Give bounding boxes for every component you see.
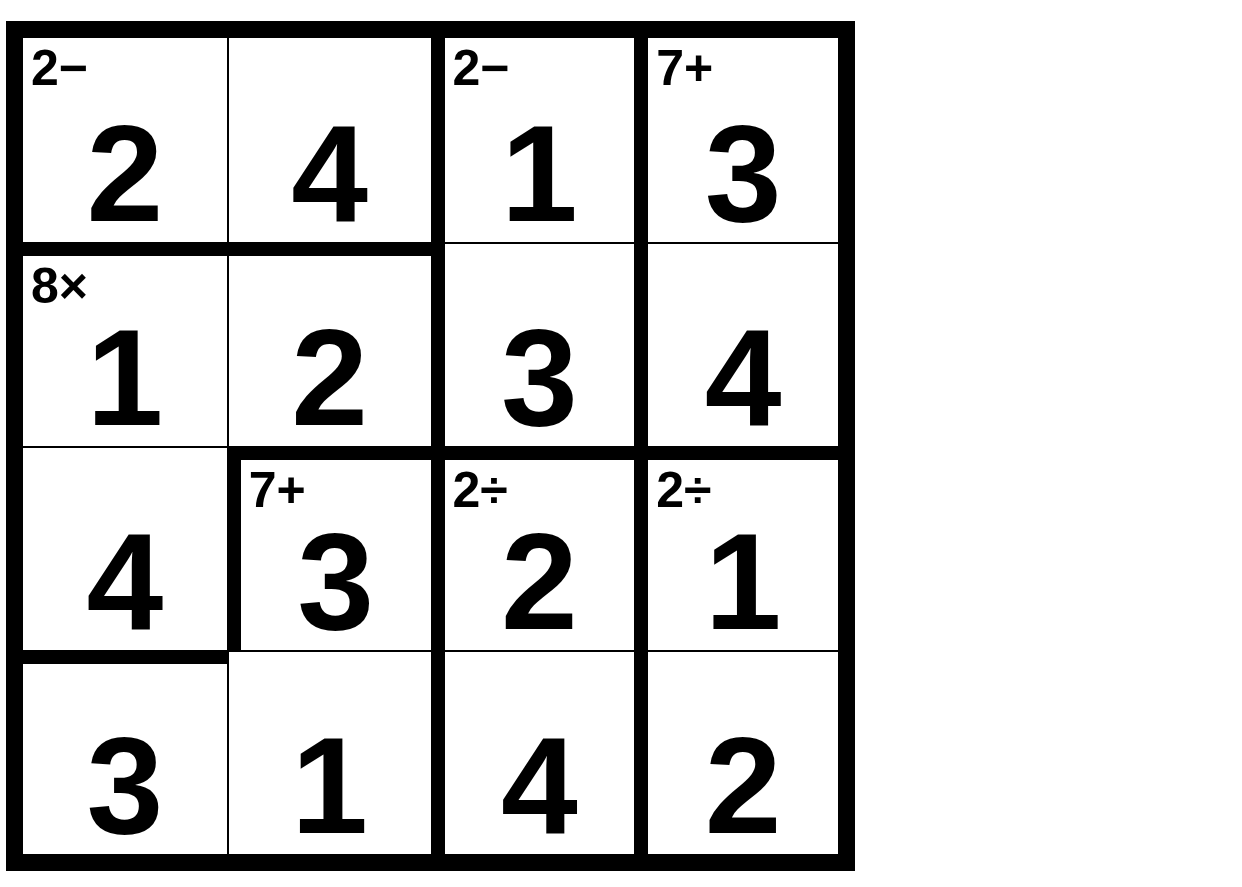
cell-value: 4 <box>648 308 838 446</box>
kenken-board: 2−242−17+38×123447+32÷22÷13142 <box>6 21 855 871</box>
cell-r4c1[interactable]: 3 <box>23 650 227 854</box>
cage-clue: 2− <box>453 43 510 93</box>
page-canvas: 2−242−17+38×123447+32÷22÷13142 <box>0 0 1242 887</box>
cell-r1c3[interactable]: 2−1 <box>431 38 635 242</box>
cage-clue: 2÷ <box>656 465 711 515</box>
cell-value: 3 <box>241 512 431 650</box>
cell-r3c1[interactable]: 4 <box>23 446 227 650</box>
cell-r2c2[interactable]: 2 <box>227 242 431 446</box>
cell-value: 4 <box>23 512 227 650</box>
cell-r3c2[interactable]: 7+3 <box>227 446 431 650</box>
cell-value: 3 <box>445 308 635 446</box>
cell-value: 1 <box>23 308 227 446</box>
cell-value: 4 <box>445 716 635 854</box>
cell-value: 2 <box>648 716 838 854</box>
cell-value: 1 <box>648 512 838 650</box>
cell-r1c2[interactable]: 4 <box>227 38 431 242</box>
cell-value: 3 <box>648 104 838 242</box>
cell-value: 3 <box>23 716 227 854</box>
cage-clue: 7+ <box>656 43 713 93</box>
cell-value: 2 <box>23 104 227 242</box>
cell-r2c1[interactable]: 8×1 <box>23 242 227 446</box>
cell-r4c2[interactable]: 1 <box>227 650 431 854</box>
kenken-grid: 2−242−17+38×123447+32÷22÷13142 <box>23 38 838 854</box>
cell-r3c3[interactable]: 2÷2 <box>431 446 635 650</box>
cell-value: 2 <box>229 308 431 446</box>
cell-value: 1 <box>445 104 635 242</box>
cell-r3c4[interactable]: 2÷1 <box>634 446 838 650</box>
cage-clue: 2÷ <box>453 465 508 515</box>
cell-value: 4 <box>229 104 431 242</box>
cage-clue: 8× <box>31 261 88 311</box>
cell-r2c3[interactable]: 3 <box>431 242 635 446</box>
cell-value: 2 <box>445 512 635 650</box>
cell-r2c4[interactable]: 4 <box>634 242 838 446</box>
cell-value: 1 <box>229 716 431 854</box>
cell-r4c4[interactable]: 2 <box>634 650 838 854</box>
cage-clue: 2− <box>31 43 88 93</box>
cell-r1c4[interactable]: 7+3 <box>634 38 838 242</box>
cell-r1c1[interactable]: 2−2 <box>23 38 227 242</box>
cell-r4c3[interactable]: 4 <box>431 650 635 854</box>
